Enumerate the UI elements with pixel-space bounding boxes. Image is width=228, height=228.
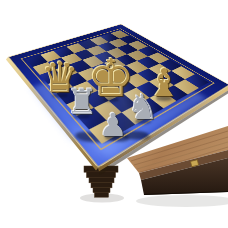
piece-layer: ♛♚♝♜♞♟ xyxy=(0,0,228,228)
piece-silver-pawn[interactable]: ♟ xyxy=(99,109,128,141)
product-photo-scene: ♛♚♝♜♞♟ xyxy=(0,0,228,228)
piece-silver-knight[interactable]: ♞ xyxy=(127,90,158,125)
piece-silver-rook[interactable]: ♜ xyxy=(66,85,97,120)
